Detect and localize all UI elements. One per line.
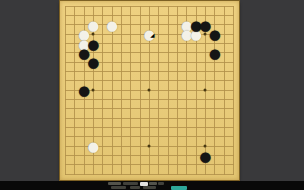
caption-text-segment [149, 182, 157, 185]
caption-text-segment [158, 182, 164, 185]
grid-line-horizontal [65, 108, 234, 109]
stone-black-R14: ● [208, 46, 221, 59]
grid-line-vertical [233, 6, 234, 175]
star-point [204, 33, 207, 36]
last-move-marker-icon: ◢ [150, 33, 154, 39]
caption-badge-teal [171, 186, 187, 190]
caption-text-segment [111, 186, 126, 189]
go-board[interactable]: ●●●●●◢●●●●●●●●●●●●● [60, 1, 239, 180]
star-point [204, 89, 207, 92]
stone-black-Q3: ● [199, 149, 212, 162]
star-point [92, 89, 95, 92]
star-point [148, 89, 151, 92]
video-frame: ●●●●●◢●●●●●●●●●●●●● [0, 0, 304, 181]
stone-white-D4: ● [87, 140, 100, 153]
caption-text-segment [130, 186, 140, 189]
stone-white-K16: ●◢ [143, 28, 156, 41]
grid-line-vertical [168, 6, 169, 175]
caption-text-segment [123, 182, 138, 185]
caption-text-segment [143, 186, 156, 189]
grid-line-vertical [158, 6, 159, 175]
grid-line-horizontal [65, 164, 234, 165]
grid-line-horizontal [65, 174, 234, 175]
grid-line-horizontal [65, 118, 234, 119]
caption-text-segment [108, 182, 121, 185]
stone-black-D13: ● [87, 56, 100, 69]
grid-line-horizontal [65, 127, 234, 128]
grid-line-vertical [224, 6, 225, 175]
stone-black-R16: ● [208, 28, 221, 41]
grid-line-horizontal [65, 99, 234, 100]
caption-chip-white [140, 182, 148, 186]
stone-black-C10: ● [78, 84, 91, 97]
stone-white-F17: ● [106, 18, 119, 31]
star-point [148, 145, 151, 148]
caption-bar [0, 181, 304, 190]
grid-line-vertical [177, 6, 178, 175]
